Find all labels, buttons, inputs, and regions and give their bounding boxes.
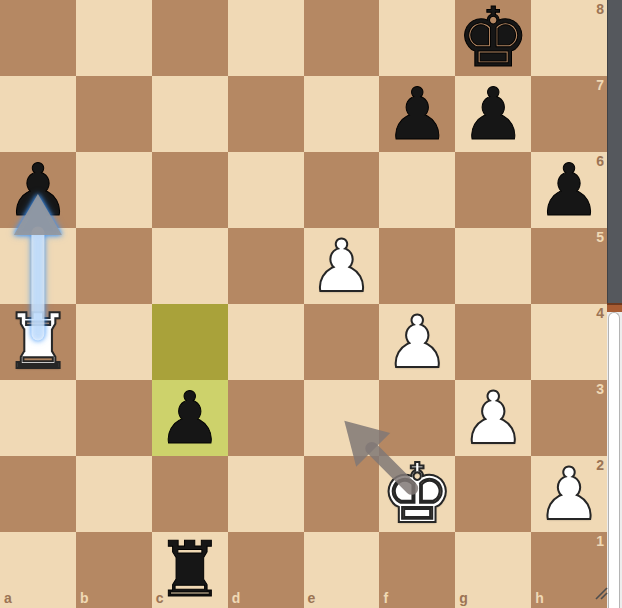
square-g8[interactable]: ♚ bbox=[455, 0, 531, 76]
scrollbar-track[interactable] bbox=[607, 312, 622, 608]
square-b8[interactable] bbox=[76, 0, 152, 76]
square-c8[interactable] bbox=[152, 0, 228, 76]
square-b5[interactable] bbox=[76, 228, 152, 304]
piece-black-king-g8[interactable]: ♚ bbox=[455, 0, 531, 76]
square-h7[interactable]: 7 bbox=[531, 76, 607, 152]
square-e3[interactable] bbox=[304, 380, 380, 456]
chess-board-widget: ♚8♟♟7♟6♟♟5♜♟4♟♟3♚2♟abc♜defgh1 bbox=[0, 0, 622, 608]
square-h6[interactable]: 6♟ bbox=[531, 152, 607, 228]
square-g4[interactable] bbox=[455, 304, 531, 380]
piece-white-king-f2[interactable]: ♚ bbox=[379, 456, 455, 532]
square-h4[interactable]: 4 bbox=[531, 304, 607, 380]
rank-label-7: 7 bbox=[596, 78, 604, 92]
piece-white-pawn-g3[interactable]: ♟ bbox=[455, 380, 531, 456]
square-b2[interactable] bbox=[76, 456, 152, 532]
rank-label-8: 8 bbox=[596, 2, 604, 16]
square-h2[interactable]: 2♟ bbox=[531, 456, 607, 532]
page-scroll-strip bbox=[607, 0, 622, 608]
square-a6[interactable]: ♟ bbox=[0, 152, 76, 228]
square-c6[interactable] bbox=[152, 152, 228, 228]
square-a2[interactable] bbox=[0, 456, 76, 532]
square-f5[interactable] bbox=[379, 228, 455, 304]
square-e2[interactable] bbox=[304, 456, 380, 532]
square-a4[interactable]: ♜ bbox=[0, 304, 76, 380]
square-a5[interactable] bbox=[0, 228, 76, 304]
square-c2[interactable] bbox=[152, 456, 228, 532]
square-a7[interactable] bbox=[0, 76, 76, 152]
square-f4[interactable]: ♟ bbox=[379, 304, 455, 380]
square-d3[interactable] bbox=[228, 380, 304, 456]
square-a1[interactable]: a bbox=[0, 532, 76, 608]
square-e6[interactable] bbox=[304, 152, 380, 228]
square-c3[interactable]: ♟ bbox=[152, 380, 228, 456]
square-e4[interactable] bbox=[304, 304, 380, 380]
piece-black-pawn-f7[interactable]: ♟ bbox=[379, 76, 455, 152]
square-g3[interactable]: ♟ bbox=[455, 380, 531, 456]
rank-label-1: 1 bbox=[596, 534, 604, 548]
piece-white-rook-a4[interactable]: ♜ bbox=[0, 304, 76, 380]
square-e5[interactable]: ♟ bbox=[304, 228, 380, 304]
square-a3[interactable] bbox=[0, 380, 76, 456]
square-c7[interactable] bbox=[152, 76, 228, 152]
piece-black-pawn-c3[interactable]: ♟ bbox=[152, 380, 228, 456]
square-f6[interactable] bbox=[379, 152, 455, 228]
piece-black-pawn-g7[interactable]: ♟ bbox=[455, 76, 531, 152]
file-label-f: f bbox=[383, 591, 388, 605]
file-label-d: d bbox=[232, 591, 241, 605]
square-d1[interactable]: d bbox=[228, 532, 304, 608]
piece-black-rook-c1[interactable]: ♜ bbox=[152, 532, 228, 608]
rank-label-4: 4 bbox=[596, 306, 604, 320]
square-f7[interactable]: ♟ bbox=[379, 76, 455, 152]
square-h3[interactable]: 3 bbox=[531, 380, 607, 456]
square-b7[interactable] bbox=[76, 76, 152, 152]
square-c5[interactable] bbox=[152, 228, 228, 304]
square-b3[interactable] bbox=[76, 380, 152, 456]
file-label-e: e bbox=[308, 591, 316, 605]
square-g2[interactable] bbox=[455, 456, 531, 532]
board-resize-handle-icon[interactable] bbox=[594, 586, 608, 600]
piece-white-pawn-f4[interactable]: ♟ bbox=[379, 304, 455, 380]
piece-black-pawn-h6[interactable]: ♟ bbox=[531, 152, 607, 228]
file-label-g: g bbox=[459, 591, 468, 605]
square-e1[interactable]: e bbox=[304, 532, 380, 608]
scroll-strip-accent-band bbox=[607, 303, 622, 312]
square-d4[interactable] bbox=[228, 304, 304, 380]
square-d7[interactable] bbox=[228, 76, 304, 152]
square-a8[interactable] bbox=[0, 0, 76, 76]
square-e7[interactable] bbox=[304, 76, 380, 152]
scrollbar-thumb[interactable] bbox=[608, 312, 620, 608]
square-f8[interactable] bbox=[379, 0, 455, 76]
square-d6[interactable] bbox=[228, 152, 304, 228]
file-label-b: b bbox=[80, 591, 89, 605]
square-d2[interactable] bbox=[228, 456, 304, 532]
square-c1[interactable]: c♜ bbox=[152, 532, 228, 608]
square-c4[interactable] bbox=[152, 304, 228, 380]
scroll-strip-dark-region bbox=[607, 0, 622, 303]
square-f2[interactable]: ♚ bbox=[379, 456, 455, 532]
piece-white-pawn-e5[interactable]: ♟ bbox=[304, 228, 380, 304]
square-b1[interactable]: b bbox=[76, 532, 152, 608]
chess-board[interactable]: ♚8♟♟7♟6♟♟5♜♟4♟♟3♚2♟abc♜defgh1 bbox=[0, 0, 607, 608]
square-g6[interactable] bbox=[455, 152, 531, 228]
square-g1[interactable]: g bbox=[455, 532, 531, 608]
square-d8[interactable] bbox=[228, 0, 304, 76]
square-f1[interactable]: f bbox=[379, 532, 455, 608]
square-b4[interactable] bbox=[76, 304, 152, 380]
square-d5[interactable] bbox=[228, 228, 304, 304]
rank-label-5: 5 bbox=[596, 230, 604, 244]
rank-label-3: 3 bbox=[596, 382, 604, 396]
file-label-a: a bbox=[4, 591, 12, 605]
square-b6[interactable] bbox=[76, 152, 152, 228]
square-g7[interactable]: ♟ bbox=[455, 76, 531, 152]
piece-white-pawn-h2[interactable]: ♟ bbox=[531, 456, 607, 532]
square-h5[interactable]: 5 bbox=[531, 228, 607, 304]
square-h8[interactable]: 8 bbox=[531, 0, 607, 76]
square-f3[interactable] bbox=[379, 380, 455, 456]
square-e8[interactable] bbox=[304, 0, 380, 76]
piece-black-pawn-a6[interactable]: ♟ bbox=[0, 152, 76, 228]
square-g5[interactable] bbox=[455, 228, 531, 304]
file-label-h: h bbox=[535, 591, 544, 605]
